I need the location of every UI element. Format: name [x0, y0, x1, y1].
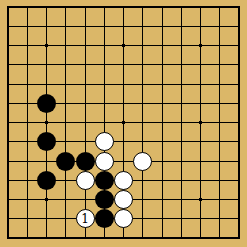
star-point	[45, 121, 48, 124]
stone-white[interactable]	[114, 190, 133, 209]
star-point	[199, 198, 202, 201]
grid-line-vertical	[162, 7, 163, 238]
grid-line-horizontal	[8, 161, 239, 162]
star-point	[45, 198, 48, 201]
stone-black[interactable]	[37, 94, 56, 113]
grid-line-vertical	[181, 7, 182, 238]
stone-black[interactable]	[95, 209, 114, 228]
stone-white[interactable]: 1	[76, 209, 95, 228]
stone-white[interactable]	[114, 171, 133, 190]
star-point	[122, 121, 125, 124]
stone-black[interactable]	[76, 152, 95, 171]
grid-line-vertical	[142, 7, 143, 238]
go-diagram: 1	[0, 0, 247, 247]
star-point	[199, 121, 202, 124]
go-board[interactable]: 1	[0, 0, 247, 247]
stone-black[interactable]	[95, 190, 114, 209]
move-number-label: 1	[81, 213, 89, 225]
stone-black[interactable]	[37, 171, 56, 190]
star-point	[45, 44, 48, 47]
stone-black[interactable]	[56, 152, 75, 171]
stone-white[interactable]	[76, 171, 95, 190]
stone-white[interactable]	[95, 152, 114, 171]
stone-white[interactable]	[133, 152, 152, 171]
star-point	[199, 44, 202, 47]
star-point	[122, 44, 125, 47]
grid-line-vertical	[219, 7, 220, 238]
stone-black[interactable]	[95, 171, 114, 190]
stone-white[interactable]	[95, 132, 114, 151]
